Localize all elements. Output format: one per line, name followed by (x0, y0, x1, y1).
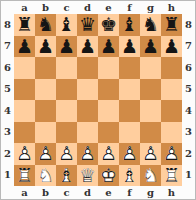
rank-label-left-3: 3 (4, 127, 11, 137)
rank-labels-right: 87654321 (182, 14, 195, 186)
square-e3[interactable] (98, 122, 119, 144)
black-queen-icon: ♛ (79, 14, 96, 36)
file-label-bottom-g: g (140, 188, 161, 198)
square-f1[interactable]: ♝♗ (119, 165, 140, 187)
square-g8[interactable]: ♞ (140, 14, 161, 36)
chess-board: ♜♞♝♛♚♝♞♜♟♟♟♟♟♟♟♟♟♙♟♙♟♙♟♙♟♙♟♙♟♙♟♙♜♖♞♘♝♗♛♕… (14, 14, 182, 186)
square-b3[interactable] (35, 122, 56, 144)
rank-labels-left: 87654321 (1, 14, 14, 186)
square-e2[interactable]: ♟♙ (98, 143, 119, 165)
square-d6[interactable] (77, 57, 98, 79)
square-e4[interactable] (98, 100, 119, 122)
rank-label-left-4: 4 (4, 106, 11, 116)
square-c1[interactable]: ♝♗ (56, 165, 77, 187)
file-label-top-h: h (161, 3, 182, 13)
glyph-outline: ♔ (98, 165, 119, 187)
file-label-bottom-h: h (161, 188, 182, 198)
file-label-bottom-c: c (56, 188, 77, 198)
rank-label-left-1: 1 (4, 170, 11, 180)
square-e6[interactable] (98, 57, 119, 79)
square-h8[interactable]: ♜ (161, 14, 182, 36)
glyph-outline: ♕ (77, 165, 98, 187)
white-knight-icon: ♞♘ (35, 165, 56, 187)
square-h6[interactable] (161, 57, 182, 79)
square-g6[interactable] (140, 57, 161, 79)
glyph-outline: ♙ (161, 143, 182, 165)
square-c6[interactable] (56, 57, 77, 79)
black-pawn-icon: ♟ (142, 36, 159, 58)
rank-label-right-6: 6 (185, 63, 192, 73)
file-labels-top: abcdefgh (14, 1, 182, 14)
square-h5[interactable] (161, 79, 182, 101)
file-labels-bottom: abcdefgh (14, 186, 182, 199)
white-queen-icon: ♛♕ (77, 165, 98, 187)
rank-label-left-2: 2 (4, 149, 11, 159)
file-label-top-d: d (77, 3, 98, 13)
rank-label-right-5: 5 (185, 84, 192, 94)
square-b8[interactable]: ♞ (35, 14, 56, 36)
square-f4[interactable] (119, 100, 140, 122)
black-pawn-icon: ♟ (100, 36, 117, 58)
file-label-top-e: e (98, 3, 119, 13)
black-king-icon: ♚ (100, 14, 117, 36)
square-e8[interactable]: ♚ (98, 14, 119, 36)
square-f8[interactable]: ♝ (119, 14, 140, 36)
glyph-outline: ♗ (119, 165, 140, 187)
white-pawn-icon: ♟♙ (56, 143, 77, 165)
square-f7[interactable]: ♟ (119, 36, 140, 58)
black-knight-icon: ♞ (37, 14, 54, 36)
square-a4[interactable] (14, 100, 35, 122)
rank-label-right-4: 4 (185, 106, 192, 116)
glyph-outline: ♙ (119, 143, 140, 165)
glyph-outline: ♙ (14, 143, 35, 165)
white-pawn-icon: ♟♙ (14, 143, 35, 165)
white-king-icon: ♚♔ (98, 165, 119, 187)
glyph-outline: ♙ (77, 143, 98, 165)
square-c5[interactable] (56, 79, 77, 101)
glyph-outline: ♙ (98, 143, 119, 165)
black-bishop-icon: ♝ (121, 14, 138, 36)
white-bishop-icon: ♝♗ (119, 165, 140, 187)
square-c3[interactable] (56, 122, 77, 144)
square-d8[interactable]: ♛ (77, 14, 98, 36)
square-b1[interactable]: ♞♘ (35, 165, 56, 187)
square-d1[interactable]: ♛♕ (77, 165, 98, 187)
square-f3[interactable] (119, 122, 140, 144)
glyph-outline: ♙ (140, 143, 161, 165)
square-a3[interactable] (14, 122, 35, 144)
square-d7[interactable]: ♟ (77, 36, 98, 58)
rank-label-left-6: 6 (4, 63, 11, 73)
rank-label-right-2: 2 (185, 149, 192, 159)
square-g1[interactable]: ♞♘ (140, 165, 161, 187)
square-c2[interactable]: ♟♙ (56, 143, 77, 165)
black-rook-icon: ♜ (16, 14, 33, 36)
black-pawn-icon: ♟ (163, 36, 180, 58)
white-rook-icon: ♜♖ (161, 165, 182, 187)
glyph-outline: ♖ (14, 165, 35, 187)
white-knight-icon: ♞♘ (140, 165, 161, 187)
file-label-bottom-b: b (35, 188, 56, 198)
black-pawn-icon: ♟ (37, 36, 54, 58)
black-knight-icon: ♞ (142, 14, 159, 36)
square-g4[interactable] (140, 100, 161, 122)
black-pawn-icon: ♟ (121, 36, 138, 58)
square-b6[interactable] (35, 57, 56, 79)
square-h3[interactable] (161, 122, 182, 144)
square-d3[interactable] (77, 122, 98, 144)
square-a7[interactable]: ♟ (14, 36, 35, 58)
file-label-bottom-e: e (98, 188, 119, 198)
glyph-outline: ♗ (56, 165, 77, 187)
file-label-top-c: c (56, 3, 77, 13)
square-f2[interactable]: ♟♙ (119, 143, 140, 165)
rank-label-right-7: 7 (185, 41, 192, 51)
square-b5[interactable] (35, 79, 56, 101)
square-g5[interactable] (140, 79, 161, 101)
square-d4[interactable] (77, 100, 98, 122)
square-e1[interactable]: ♚♔ (98, 165, 119, 187)
square-h7[interactable]: ♟ (161, 36, 182, 58)
glyph-outline: ♙ (56, 143, 77, 165)
square-a1[interactable]: ♜♖ (14, 165, 35, 187)
white-pawn-icon: ♟♙ (35, 143, 56, 165)
glyph-outline: ♘ (140, 165, 161, 187)
square-f5[interactable] (119, 79, 140, 101)
square-f6[interactable] (119, 57, 140, 79)
square-h4[interactable] (161, 100, 182, 122)
square-a2[interactable]: ♟♙ (14, 143, 35, 165)
file-label-top-g: g (140, 3, 161, 13)
chess-diagram: abcdefgh 87654321 ♜♞♝♛♚♝♞♜♟♟♟♟♟♟♟♟♟♙♟♙♟♙… (0, 0, 196, 200)
square-c4[interactable] (56, 100, 77, 122)
glyph-outline: ♙ (35, 143, 56, 165)
square-g2[interactable]: ♟♙ (140, 143, 161, 165)
file-label-bottom-a: a (14, 188, 35, 198)
square-e5[interactable] (98, 79, 119, 101)
white-pawn-icon: ♟♙ (161, 143, 182, 165)
white-rook-icon: ♜♖ (14, 165, 35, 187)
white-pawn-icon: ♟♙ (98, 143, 119, 165)
file-label-top-a: a (14, 3, 35, 13)
file-label-top-f: f (119, 3, 140, 13)
square-b7[interactable]: ♟ (35, 36, 56, 58)
square-d2[interactable]: ♟♙ (77, 143, 98, 165)
white-pawn-icon: ♟♙ (140, 143, 161, 165)
black-rook-icon: ♜ (163, 14, 180, 36)
file-label-bottom-f: f (119, 188, 140, 198)
square-a6[interactable] (14, 57, 35, 79)
rank-label-right-1: 1 (185, 170, 192, 180)
black-pawn-icon: ♟ (79, 36, 96, 58)
rank-label-left-5: 5 (4, 84, 11, 94)
glyph-outline: ♘ (35, 165, 56, 187)
black-bishop-icon: ♝ (58, 14, 75, 36)
black-pawn-icon: ♟ (58, 36, 75, 58)
rank-label-left-7: 7 (4, 41, 11, 51)
square-g3[interactable] (140, 122, 161, 144)
white-bishop-icon: ♝♗ (56, 165, 77, 187)
square-h2[interactable]: ♟♙ (161, 143, 182, 165)
square-c7[interactable]: ♟ (56, 36, 77, 58)
file-label-top-b: b (35, 3, 56, 13)
black-pawn-icon: ♟ (16, 36, 33, 58)
square-d5[interactable] (77, 79, 98, 101)
square-b2[interactable]: ♟♙ (35, 143, 56, 165)
square-a8[interactable]: ♜ (14, 14, 35, 36)
square-c8[interactable]: ♝ (56, 14, 77, 36)
file-label-bottom-d: d (77, 188, 98, 198)
square-b4[interactable] (35, 100, 56, 122)
rank-label-left-8: 8 (4, 20, 11, 30)
square-g7[interactable]: ♟ (140, 36, 161, 58)
rank-label-right-3: 3 (185, 127, 192, 137)
square-h1[interactable]: ♜♖ (161, 165, 182, 187)
rank-label-right-8: 8 (185, 20, 192, 30)
white-pawn-icon: ♟♙ (77, 143, 98, 165)
square-a5[interactable] (14, 79, 35, 101)
white-pawn-icon: ♟♙ (119, 143, 140, 165)
glyph-outline: ♖ (161, 165, 182, 187)
square-e7[interactable]: ♟ (98, 36, 119, 58)
